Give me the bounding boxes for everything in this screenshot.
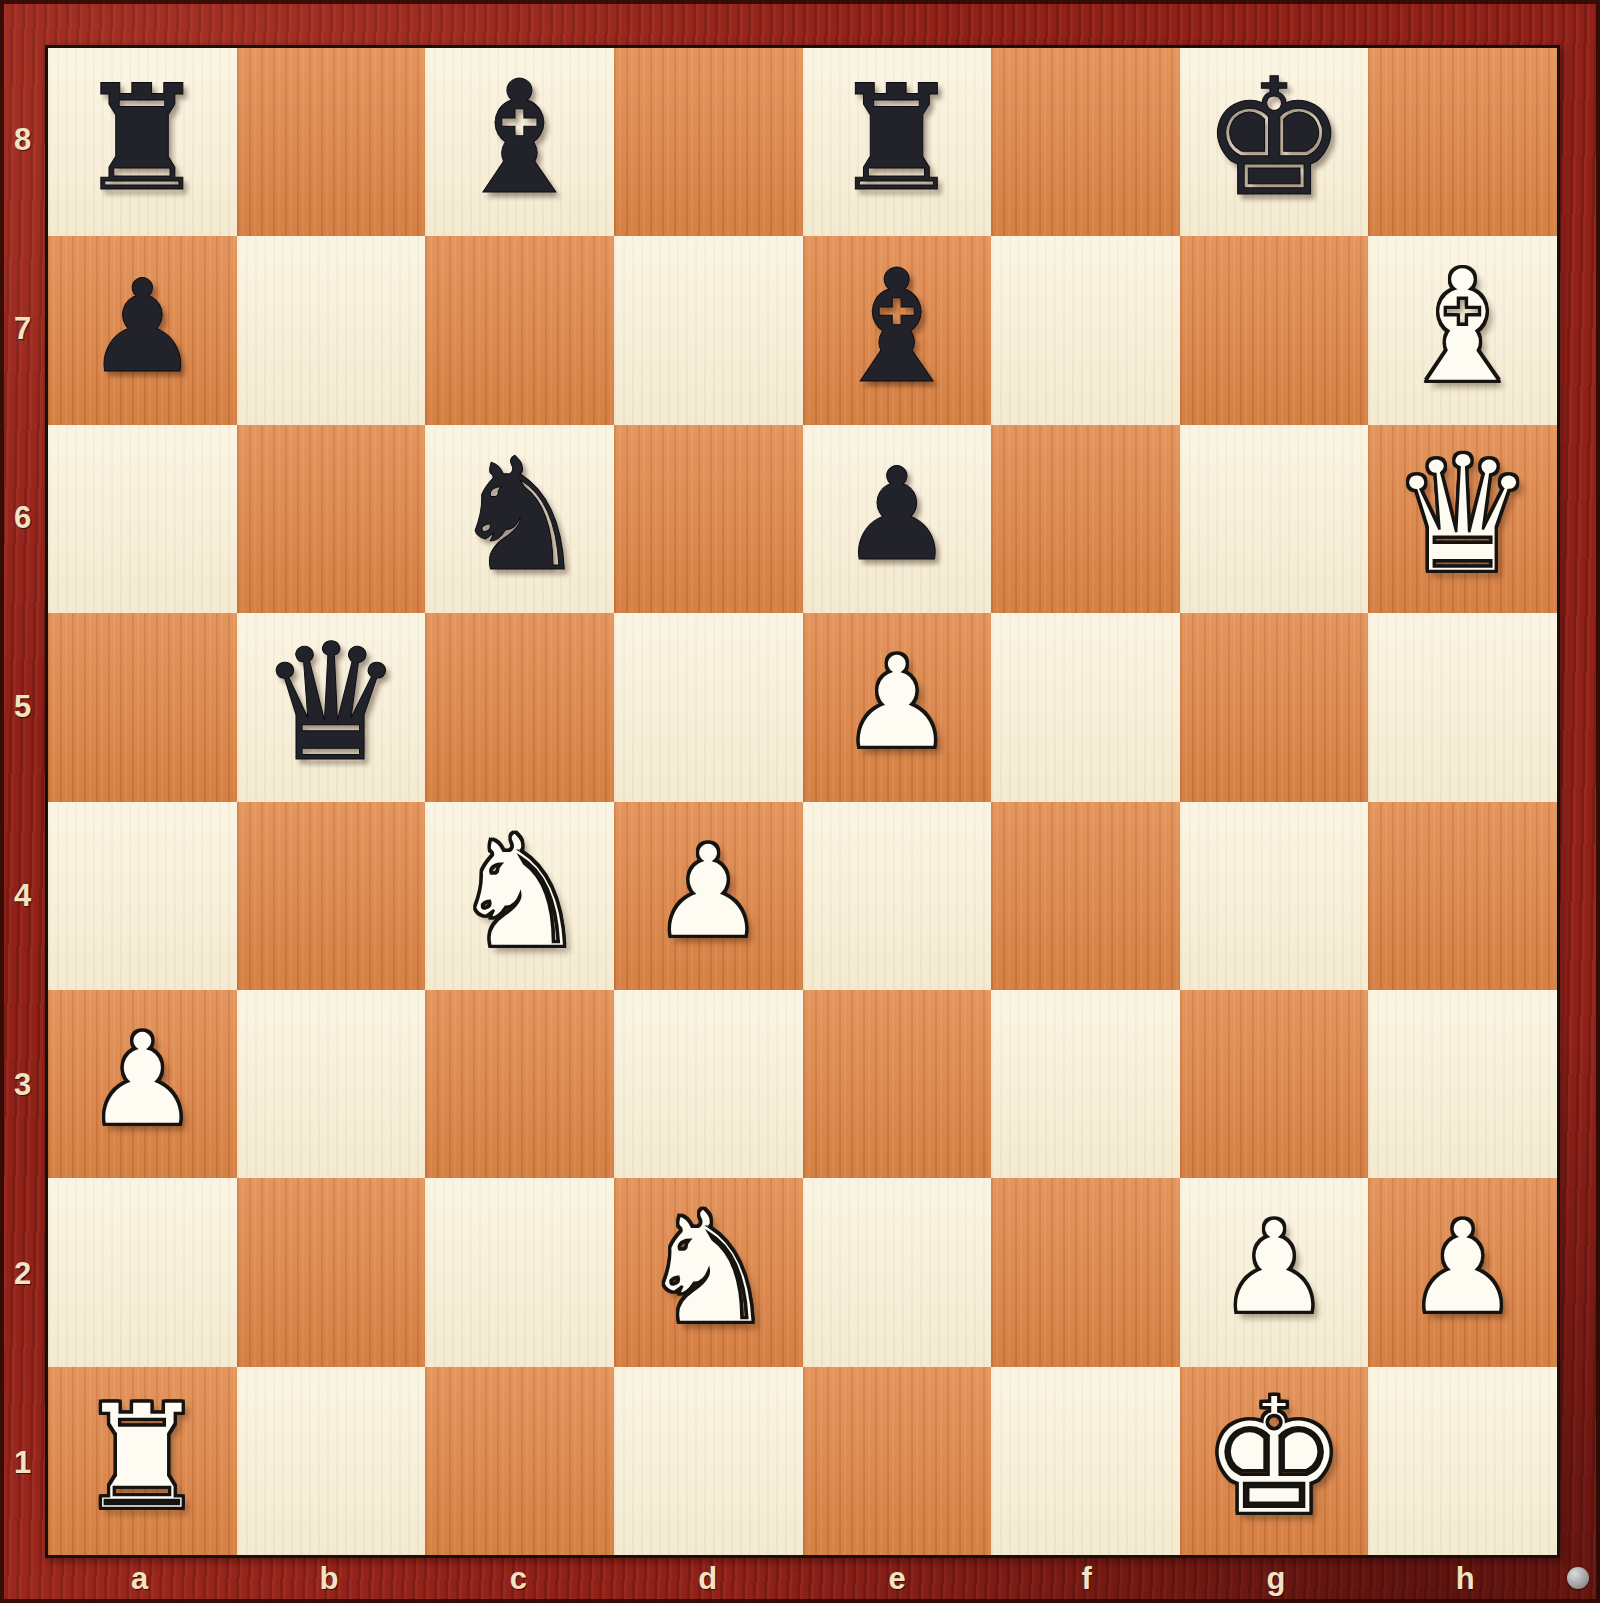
square-b8[interactable] xyxy=(237,48,426,236)
white-bishop-h7: ♝ xyxy=(1393,249,1533,405)
square-d7[interactable] xyxy=(614,236,803,424)
square-e1[interactable] xyxy=(803,1367,992,1555)
square-d1[interactable] xyxy=(614,1367,803,1555)
square-f6[interactable] xyxy=(991,425,1180,613)
square-c1[interactable] xyxy=(425,1367,614,1555)
square-a2[interactable] xyxy=(48,1178,237,1366)
square-a6[interactable] xyxy=(48,425,237,613)
square-c2[interactable] xyxy=(425,1178,614,1366)
board-frame: { "game": "chess", "board": { "files": [… xyxy=(0,0,1600,1603)
square-f5[interactable] xyxy=(991,613,1180,801)
square-b2[interactable] xyxy=(237,1178,426,1366)
square-f7[interactable] xyxy=(991,236,1180,424)
square-f3[interactable] xyxy=(991,990,1180,1178)
square-b5[interactable]: ♛ xyxy=(237,613,426,801)
black-pawn-e6: ♟ xyxy=(839,451,954,579)
square-h2[interactable]: ♟ xyxy=(1368,1178,1557,1366)
square-g5[interactable] xyxy=(1180,613,1369,801)
square-e7[interactable]: ♝ xyxy=(803,236,992,424)
black-bishop-c8: ♝ xyxy=(450,60,590,216)
black-rook-e8: ♜ xyxy=(831,65,962,211)
square-g6[interactable] xyxy=(1180,425,1369,613)
board-squares: ♜♝♜♚♟♝♝♞♟♛♛♟♞♟♟♞♟♟♜♚ xyxy=(48,48,1557,1555)
white-knight-c4: ♞ xyxy=(450,814,590,970)
file-label-c: c xyxy=(424,1555,613,1603)
file-label-a: a xyxy=(45,1555,234,1603)
square-d3[interactable] xyxy=(614,990,803,1178)
file-labels: abcdefgh xyxy=(45,1555,1560,1603)
square-c7[interactable] xyxy=(425,236,614,424)
rank-label-2: 2 xyxy=(0,1180,45,1369)
square-g8[interactable]: ♚ xyxy=(1180,48,1369,236)
square-d4[interactable]: ♟ xyxy=(614,802,803,990)
square-f2[interactable] xyxy=(991,1178,1180,1366)
white-pawn-h2: ♟ xyxy=(1405,1204,1520,1332)
square-c4[interactable]: ♞ xyxy=(425,802,614,990)
file-label-e: e xyxy=(803,1555,992,1603)
rank-labels: 87654321 xyxy=(0,45,45,1558)
square-h1[interactable] xyxy=(1368,1367,1557,1555)
square-c3[interactable] xyxy=(425,990,614,1178)
square-e2[interactable] xyxy=(803,1178,992,1366)
rank-label-4: 4 xyxy=(0,802,45,991)
square-h4[interactable] xyxy=(1368,802,1557,990)
square-b3[interactable] xyxy=(237,990,426,1178)
square-h8[interactable] xyxy=(1368,48,1557,236)
white-pawn-d4: ♟ xyxy=(651,828,766,956)
white-knight-d2: ♞ xyxy=(638,1190,778,1346)
rank-label-6: 6 xyxy=(0,423,45,612)
chess-board: ♜♝♜♚♟♝♝♞♟♛♛♟♞♟♟♞♟♟♜♚ xyxy=(45,45,1560,1558)
white-pawn-e5: ♟ xyxy=(839,639,954,767)
frame-screw-dot xyxy=(1567,1567,1589,1589)
black-rook-a8: ♜ xyxy=(77,65,208,211)
file-label-f: f xyxy=(992,1555,1181,1603)
square-f4[interactable] xyxy=(991,802,1180,990)
black-pawn-a7: ♟ xyxy=(85,263,200,391)
rank-label-3: 3 xyxy=(0,991,45,1180)
square-a4[interactable] xyxy=(48,802,237,990)
square-d5[interactable] xyxy=(614,613,803,801)
square-d8[interactable] xyxy=(614,48,803,236)
square-e4[interactable] xyxy=(803,802,992,990)
square-g1[interactable]: ♚ xyxy=(1180,1367,1369,1555)
black-bishop-e7: ♝ xyxy=(827,249,967,405)
square-g3[interactable] xyxy=(1180,990,1369,1178)
square-a7[interactable]: ♟ xyxy=(48,236,237,424)
square-h6[interactable]: ♛ xyxy=(1368,425,1557,613)
white-pawn-g2: ♟ xyxy=(1217,1204,1332,1332)
white-rook-a1: ♜ xyxy=(77,1384,208,1530)
black-knight-c6: ♞ xyxy=(450,437,590,593)
square-g7[interactable] xyxy=(1180,236,1369,424)
square-a8[interactable]: ♜ xyxy=(48,48,237,236)
square-c5[interactable] xyxy=(425,613,614,801)
square-g2[interactable]: ♟ xyxy=(1180,1178,1369,1366)
white-king-g1: ♚ xyxy=(1201,1376,1346,1538)
square-b1[interactable] xyxy=(237,1367,426,1555)
file-label-g: g xyxy=(1181,1555,1370,1603)
square-a1[interactable]: ♜ xyxy=(48,1367,237,1555)
file-label-b: b xyxy=(234,1555,423,1603)
square-c6[interactable]: ♞ xyxy=(425,425,614,613)
square-h7[interactable]: ♝ xyxy=(1368,236,1557,424)
rank-label-7: 7 xyxy=(0,234,45,423)
file-label-d: d xyxy=(613,1555,802,1603)
rank-label-8: 8 xyxy=(0,45,45,234)
square-d6[interactable] xyxy=(614,425,803,613)
square-b4[interactable] xyxy=(237,802,426,990)
square-c8[interactable]: ♝ xyxy=(425,48,614,236)
file-label-h: h xyxy=(1371,1555,1560,1603)
square-d2[interactable]: ♞ xyxy=(614,1178,803,1366)
rank-label-1: 1 xyxy=(0,1369,45,1558)
square-e5[interactable]: ♟ xyxy=(803,613,992,801)
black-king-g8: ♚ xyxy=(1201,57,1346,219)
square-e3[interactable] xyxy=(803,990,992,1178)
square-a5[interactable] xyxy=(48,613,237,801)
square-e8[interactable]: ♜ xyxy=(803,48,992,236)
square-g4[interactable] xyxy=(1180,802,1369,990)
square-f8[interactable] xyxy=(991,48,1180,236)
square-e6[interactable]: ♟ xyxy=(803,425,992,613)
black-queen-b5: ♛ xyxy=(258,622,403,784)
square-a3[interactable]: ♟ xyxy=(48,990,237,1178)
rank-label-5: 5 xyxy=(0,612,45,801)
white-pawn-a3: ♟ xyxy=(85,1016,200,1144)
square-b6[interactable] xyxy=(237,425,426,613)
square-b7[interactable] xyxy=(237,236,426,424)
square-h5[interactable] xyxy=(1368,613,1557,801)
square-h3[interactable] xyxy=(1368,990,1557,1178)
white-queen-h6: ♛ xyxy=(1390,434,1535,596)
square-f1[interactable] xyxy=(991,1367,1180,1555)
